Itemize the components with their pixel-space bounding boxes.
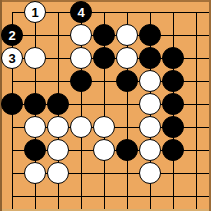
board-intersection: [162, 162, 185, 185]
board-intersection: [162, 47, 185, 70]
board-intersection: [70, 116, 93, 139]
board-intersection: [116, 162, 139, 185]
board-intersection: [139, 185, 162, 208]
board-intersection: [116, 139, 139, 162]
white-stone: [139, 70, 161, 92]
board-intersection: [93, 185, 116, 208]
board-intersection: [93, 1, 116, 24]
board-intersection: [93, 24, 116, 47]
white-stone: [24, 162, 46, 184]
board-intersection: [139, 47, 162, 70]
black-stone: [162, 70, 184, 92]
board-intersection: [116, 116, 139, 139]
board-intersection: [1, 93, 24, 116]
go-board-diagram: 1423: [0, 0, 211, 211]
board-intersection: [116, 1, 139, 24]
board-intersection: [24, 139, 47, 162]
white-stone: [139, 139, 161, 161]
board-intersection: [1, 139, 24, 162]
board-intersection: [93, 116, 116, 139]
board-intersection: [70, 24, 93, 47]
board-intersection: [93, 93, 116, 116]
board-intersection: [185, 93, 208, 116]
board-intersection: 3: [1, 47, 24, 70]
white-stone: [139, 93, 161, 115]
board-intersection: [47, 116, 70, 139]
board-intersection: [139, 24, 162, 47]
board-intersection: [139, 1, 162, 24]
white-stone: 1: [24, 1, 46, 23]
black-stone: [116, 139, 138, 161]
board-intersection: [93, 162, 116, 185]
white-stone: [24, 47, 46, 69]
board-intersection: [162, 70, 185, 93]
black-stone: [139, 47, 161, 69]
board-intersection: [24, 162, 47, 185]
white-stone: [93, 139, 115, 161]
black-stone: [162, 116, 184, 138]
board-intersection: [24, 93, 47, 116]
board-intersection: [24, 185, 47, 208]
white-stone: [47, 139, 69, 161]
board-intersection: [116, 47, 139, 70]
board-intersection: [70, 70, 93, 93]
board-intersection: [116, 70, 139, 93]
black-stone: [93, 24, 115, 46]
black-stone: [162, 47, 184, 69]
board-intersection: [162, 24, 185, 47]
board-intersection: [162, 93, 185, 116]
board-grid: 1423: [1, 1, 208, 208]
move-number-label: 2: [8, 28, 15, 41]
board-intersection: [185, 47, 208, 70]
board-intersection: [24, 70, 47, 93]
black-stone: [116, 70, 138, 92]
board-intersection: [162, 139, 185, 162]
move-number-label: 1: [31, 5, 38, 18]
white-stone: [47, 162, 69, 184]
board-intersection: [47, 24, 70, 47]
white-stone: [139, 116, 161, 138]
board-intersection: [70, 139, 93, 162]
black-stone: [24, 93, 46, 115]
board-intersection: [139, 70, 162, 93]
board-intersection: [162, 185, 185, 208]
white-stone: [116, 47, 138, 69]
board-intersection: 1: [24, 1, 47, 24]
black-stone: 4: [70, 1, 92, 23]
black-stone: [162, 139, 184, 161]
board-intersection: [24, 116, 47, 139]
board-intersection: [185, 24, 208, 47]
board-intersection: [47, 1, 70, 24]
black-stone: [47, 93, 69, 115]
black-stone: [93, 47, 115, 69]
board-intersection: [1, 70, 24, 93]
board-intersection: [185, 1, 208, 24]
board-intersection: 2: [1, 24, 24, 47]
board-intersection: [1, 162, 24, 185]
board-intersection: [1, 185, 24, 208]
black-stone: [162, 93, 184, 115]
board-intersection: [24, 24, 47, 47]
black-stone: [1, 93, 23, 115]
board-intersection: [93, 47, 116, 70]
board-intersection: [139, 116, 162, 139]
board-intersection: 4: [70, 1, 93, 24]
board-intersection: [93, 70, 116, 93]
black-stone: [139, 24, 161, 46]
board-intersection: [185, 162, 208, 185]
board-intersection: [1, 116, 24, 139]
board-intersection: [47, 70, 70, 93]
board-intersection: [116, 185, 139, 208]
board-intersection: [185, 70, 208, 93]
board-intersection: [93, 139, 116, 162]
white-stone: [70, 116, 92, 138]
board-intersection: [70, 93, 93, 116]
move-number-label: 4: [77, 5, 84, 18]
white-stone: [116, 24, 138, 46]
board-intersection: [47, 93, 70, 116]
white-stone: [47, 116, 69, 138]
white-stone: [24, 116, 46, 138]
board-intersection: [162, 116, 185, 139]
board-intersection: [139, 162, 162, 185]
board-intersection: [185, 116, 208, 139]
move-number-label: 3: [8, 51, 15, 64]
board-intersection: [70, 47, 93, 70]
white-stone: [70, 47, 92, 69]
black-stone: 2: [1, 24, 23, 46]
board-intersection: [139, 139, 162, 162]
white-stone: [93, 116, 115, 138]
white-stone: [139, 162, 161, 184]
board-intersection: [70, 185, 93, 208]
black-stone: [24, 139, 46, 161]
board-intersection: [47, 185, 70, 208]
board-intersection: [116, 24, 139, 47]
board-intersection: [47, 162, 70, 185]
black-stone: [70, 70, 92, 92]
board-intersection: [47, 139, 70, 162]
board-intersection: [1, 1, 24, 24]
board-intersection: [139, 93, 162, 116]
board-intersection: [185, 139, 208, 162]
board-intersection: [24, 47, 47, 70]
board-intersection: [116, 93, 139, 116]
white-stone: [70, 24, 92, 46]
board-intersection: [185, 185, 208, 208]
board-intersection: [70, 162, 93, 185]
board-intersection: [162, 1, 185, 24]
white-stone: 3: [1, 47, 23, 69]
board-intersection: [47, 47, 70, 70]
go-board: 1423: [0, 0, 211, 211]
